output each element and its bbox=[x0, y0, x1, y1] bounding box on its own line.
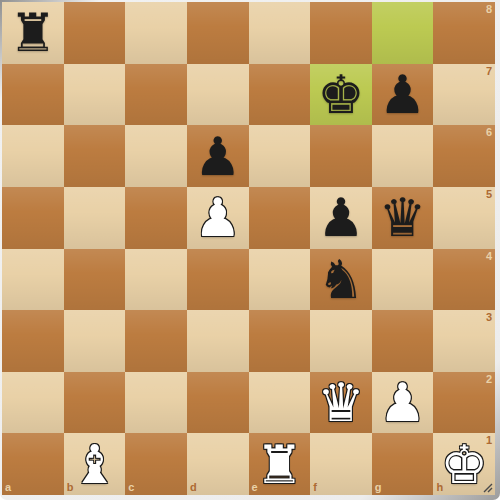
rank-label: 4 bbox=[486, 251, 492, 262]
square-a6[interactable] bbox=[2, 125, 64, 187]
square-d1[interactable]: d bbox=[187, 433, 249, 495]
black-queen[interactable]: ♛ bbox=[372, 187, 434, 249]
square-d5[interactable]: ♟ bbox=[187, 187, 249, 249]
square-g2[interactable]: ♟ bbox=[372, 372, 434, 434]
square-e1[interactable]: e♜ bbox=[249, 433, 311, 495]
file-label: g bbox=[375, 482, 382, 493]
square-b4[interactable] bbox=[64, 249, 126, 311]
rank-label: 8 bbox=[486, 4, 492, 15]
square-g3[interactable] bbox=[372, 310, 434, 372]
square-e8[interactable] bbox=[249, 2, 311, 64]
black-knight[interactable]: ♞ bbox=[310, 249, 372, 311]
square-f8[interactable] bbox=[310, 2, 372, 64]
square-c8[interactable] bbox=[125, 2, 187, 64]
square-b6[interactable] bbox=[64, 125, 126, 187]
square-d8[interactable] bbox=[187, 2, 249, 64]
board-resize-handle[interactable] bbox=[483, 483, 493, 493]
square-a8[interactable]: ♜ bbox=[2, 2, 64, 64]
square-g6[interactable] bbox=[372, 125, 434, 187]
black-pawn[interactable]: ♟ bbox=[372, 64, 434, 126]
square-d4[interactable] bbox=[187, 249, 249, 311]
square-e6[interactable] bbox=[249, 125, 311, 187]
black-pawn[interactable]: ♟ bbox=[187, 125, 249, 187]
square-f4[interactable]: ♞ bbox=[310, 249, 372, 311]
square-g4[interactable] bbox=[372, 249, 434, 311]
square-e2[interactable] bbox=[249, 372, 311, 434]
white-queen[interactable]: ♛ bbox=[310, 372, 372, 434]
black-rook[interactable]: ♜ bbox=[2, 2, 64, 64]
square-g7[interactable]: ♟ bbox=[372, 64, 434, 126]
square-a3[interactable] bbox=[2, 310, 64, 372]
square-c3[interactable] bbox=[125, 310, 187, 372]
square-e4[interactable] bbox=[249, 249, 311, 311]
white-pawn[interactable]: ♟ bbox=[372, 372, 434, 434]
square-f5[interactable]: ♟ bbox=[310, 187, 372, 249]
rank-label: 3 bbox=[486, 312, 492, 323]
square-f7[interactable]: ♚ bbox=[310, 64, 372, 126]
square-f6[interactable] bbox=[310, 125, 372, 187]
square-b1[interactable]: b♝ bbox=[64, 433, 126, 495]
white-bishop[interactable]: ♝ bbox=[64, 433, 126, 495]
square-d6[interactable]: ♟ bbox=[187, 125, 249, 187]
square-b5[interactable] bbox=[64, 187, 126, 249]
rank-label: 7 bbox=[486, 66, 492, 77]
square-e7[interactable] bbox=[249, 64, 311, 126]
square-h3[interactable]: 3 bbox=[433, 310, 495, 372]
square-c2[interactable] bbox=[125, 372, 187, 434]
square-d7[interactable] bbox=[187, 64, 249, 126]
square-h8[interactable]: 8 bbox=[433, 2, 495, 64]
square-e5[interactable] bbox=[249, 187, 311, 249]
file-label: d bbox=[190, 482, 197, 493]
square-g8[interactable] bbox=[372, 2, 434, 64]
file-label: a bbox=[5, 482, 11, 493]
square-h4[interactable]: 4 bbox=[433, 249, 495, 311]
square-c7[interactable] bbox=[125, 64, 187, 126]
square-g5[interactable]: ♛ bbox=[372, 187, 434, 249]
square-h6[interactable]: 6 bbox=[433, 125, 495, 187]
square-e3[interactable] bbox=[249, 310, 311, 372]
square-b3[interactable] bbox=[64, 310, 126, 372]
file-label: f bbox=[313, 482, 317, 493]
square-c4[interactable] bbox=[125, 249, 187, 311]
rank-label: 2 bbox=[486, 374, 492, 385]
square-c6[interactable] bbox=[125, 125, 187, 187]
square-a5[interactable] bbox=[2, 187, 64, 249]
square-c1[interactable]: c bbox=[125, 433, 187, 495]
square-h2[interactable]: 2 bbox=[433, 372, 495, 434]
chess-board: ♜8♚♟7♟6♟♟♛5♞43♛♟2ab♝cde♜fg1h♚ bbox=[2, 2, 495, 495]
square-a4[interactable] bbox=[2, 249, 64, 311]
square-f2[interactable]: ♛ bbox=[310, 372, 372, 434]
square-d2[interactable] bbox=[187, 372, 249, 434]
square-h5[interactable]: 5 bbox=[433, 187, 495, 249]
square-a1[interactable]: a bbox=[2, 433, 64, 495]
square-b8[interactable] bbox=[64, 2, 126, 64]
white-pawn[interactable]: ♟ bbox=[187, 187, 249, 249]
square-a2[interactable] bbox=[2, 372, 64, 434]
black-pawn[interactable]: ♟ bbox=[310, 187, 372, 249]
square-f1[interactable]: f bbox=[310, 433, 372, 495]
black-king[interactable]: ♚ bbox=[310, 64, 372, 126]
square-c5[interactable] bbox=[125, 187, 187, 249]
file-label: c bbox=[128, 482, 134, 493]
square-b7[interactable] bbox=[64, 64, 126, 126]
square-b2[interactable] bbox=[64, 372, 126, 434]
square-d3[interactable] bbox=[187, 310, 249, 372]
rank-label: 5 bbox=[486, 189, 492, 200]
rank-label: 6 bbox=[486, 127, 492, 138]
square-f3[interactable] bbox=[310, 310, 372, 372]
square-h7[interactable]: 7 bbox=[433, 64, 495, 126]
chess-board-frame: ♜8♚♟7♟6♟♟♛5♞43♛♟2ab♝cde♜fg1h♚ bbox=[0, 0, 500, 500]
white-rook[interactable]: ♜ bbox=[249, 433, 311, 495]
square-a7[interactable] bbox=[2, 64, 64, 126]
square-g1[interactable]: g bbox=[372, 433, 434, 495]
